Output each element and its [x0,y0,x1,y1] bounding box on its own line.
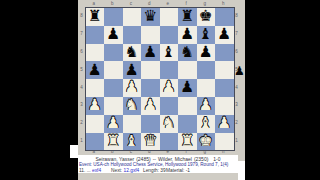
square-f7[interactable]: ♟ [178,26,197,44]
coord-label-d: d [140,1,159,7]
piece-black-knight-c6[interactable]: ♞ [125,44,139,60]
captured-pawn-icon: ♟ [234,65,245,77]
material-value: -1 [186,168,190,173]
square-h3[interactable] [215,97,234,115]
coord-label-2: 2 [79,114,84,132]
square-h8[interactable] [215,8,234,26]
square-f1[interactable]: ♜ [178,133,197,151]
white-player-elo: (2485) [136,157,150,162]
square-f4[interactable]: ♟ [178,79,197,97]
coord-label-3: 3 [234,96,239,114]
square-h2[interactable]: ♟ [215,115,234,133]
piece-white-pawn-a3[interactable]: ♟ [88,98,102,114]
square-f8[interactable]: ♜ [178,8,197,26]
piece-black-pawn-f4[interactable]: ♟ [180,80,194,96]
square-h6[interactable] [215,44,234,62]
piece-black-bishop-g7[interactable]: ♝ [199,26,213,42]
length-label: Length: [143,168,159,173]
square-b8[interactable] [104,8,123,26]
square-e6[interactable]: ♝ [160,44,179,62]
piece-white-pawn-h2[interactable]: ♟ [217,115,231,131]
square-b4[interactable] [104,79,123,97]
square-f3[interactable] [178,97,197,115]
piece-black-pawn-d6[interactable]: ♟ [143,44,157,60]
coord-label-8: 8 [234,7,239,25]
piece-white-rook-b1[interactable]: ♜ [106,133,120,149]
coord-label-1: 1 [79,132,84,150]
coord-label-e: e [159,1,178,7]
rank-labels-left: 87654321 [79,7,84,149]
length-value: 39 [160,168,165,173]
ui-artifact-left-notch [70,145,78,158]
material-balance: Material: -1 [166,168,190,173]
square-d2[interactable] [141,115,160,133]
ui-artifact-corner [238,161,245,180]
square-e2[interactable]: ♞ [160,115,179,133]
next-move: Next: 12.gxf4 [111,168,139,173]
piece-white-bishop-g2[interactable]: ♝ [199,115,213,131]
square-a4[interactable] [86,79,105,97]
square-d3[interactable]: ♟ [141,97,160,115]
next-label: Next: [111,168,122,173]
coord-label-8: 8 [79,7,84,25]
square-b2[interactable]: ♟ [104,115,123,133]
square-b7[interactable]: ♟ [104,26,123,44]
square-d6[interactable]: ♟ [141,44,160,62]
square-e3[interactable] [160,97,179,115]
coord-label-5: 5 [79,60,84,78]
material-label: Material: [166,168,184,173]
last-move: 11. ... exf4 [79,168,101,173]
square-d5[interactable] [141,61,160,79]
coord-label-7: 7 [234,25,239,43]
piece-white-bishop-c1[interactable]: ♝ [125,133,139,149]
piece-black-pawn-h7[interactable]: ♟ [217,26,231,42]
event-line: Event: USA-ch Hollywood Chess Service, H… [79,162,228,167]
square-c8[interactable] [123,8,142,26]
square-c5[interactable]: ♟ [123,61,142,79]
coord-label-6: 6 [79,43,84,61]
chess-board: ♜♛♜♚♟♟♝♟♞♟♝♞♟♟♟♟♟♟♟♞♟♟♟♞♝♟♜♝♛♜♚ [85,7,235,151]
piece-black-knight-f6[interactable]: ♞ [180,44,194,60]
square-e1[interactable] [160,133,179,151]
game-result: 1-0 [213,157,220,162]
square-b1[interactable]: ♜ [104,133,123,151]
square-a6[interactable] [86,44,105,62]
coord-label-g: g [196,1,215,7]
piece-white-pawn-d3[interactable]: ♟ [143,98,157,114]
square-g3[interactable]: ♟ [197,97,216,115]
coord-label-1: 1 [234,132,239,150]
square-g8[interactable]: ♚ [197,8,216,26]
square-b6[interactable] [104,44,123,62]
piece-black-bishop-e6[interactable]: ♝ [162,44,176,60]
square-c1[interactable]: ♝ [123,133,142,151]
coord-label-h: h [214,1,233,7]
coord-label-2: 2 [234,114,239,132]
piece-black-rook-a8[interactable]: ♜ [88,9,102,25]
move-san: exf4 [92,168,101,173]
square-g2[interactable]: ♝ [197,115,216,133]
black-player-name: Wilder, Michael [158,157,192,162]
piece-white-rook-f1[interactable]: ♜ [180,133,194,149]
coord-label-7: 7 [79,25,84,43]
video-frame: { "game": "chess", "position": { "fen": … [0,0,320,180]
square-e4[interactable]: ♟ [160,79,179,97]
caption-bar: Seirawan, Yasser (2485) -- Wilder, Micha… [78,155,238,173]
square-a2[interactable] [86,115,105,133]
players-separator: -- [153,157,156,162]
rank-labels-right: 87654321 [234,7,239,149]
square-h1[interactable] [215,133,234,151]
square-a8[interactable]: ♜ [86,8,105,26]
square-e7[interactable] [160,26,179,44]
piece-white-knight-e2[interactable]: ♞ [162,115,176,131]
move-number: 11. ... [79,168,91,173]
file-labels-top: abcdefgh [85,1,233,7]
square-g1[interactable]: ♚ [197,133,216,151]
square-f6[interactable]: ♞ [178,44,197,62]
piece-white-pawn-e4[interactable]: ♟ [162,80,176,96]
square-g5[interactable] [197,61,216,79]
square-d8[interactable]: ♛ [141,8,160,26]
square-h7[interactable]: ♟ [215,26,234,44]
square-f2[interactable] [178,115,197,133]
board-panel: abcdefgh abcdefgh 87654321 87654321 ♜♛♜♚… [78,0,245,180]
square-a1[interactable] [86,133,105,151]
square-f5[interactable] [178,61,197,79]
piece-black-pawn-a5[interactable]: ♟ [88,62,102,78]
square-d1[interactable]: ♛ [141,133,160,151]
square-d7[interactable] [141,26,160,44]
coord-label-b: b [103,1,122,7]
piece-white-king-g1[interactable]: ♚ [199,133,213,149]
piece-black-queen-d8[interactable]: ♛ [143,9,157,25]
coord-label-f: f [177,1,196,7]
square-b5[interactable] [104,61,123,79]
players-line: Seirawan, Yasser (2485) -- Wilder, Micha… [78,157,238,162]
square-c3[interactable]: ♞ [123,97,142,115]
white-player-name: Seirawan, Yasser [95,157,134,162]
piece-white-pawn-g3[interactable]: ♟ [199,98,213,114]
piece-white-pawn-b2[interactable]: ♟ [106,115,120,131]
coord-label-6: 6 [234,43,239,61]
square-a7[interactable] [86,26,105,44]
square-h5[interactable] [215,61,234,79]
square-c4[interactable]: ♟ [123,79,142,97]
piece-white-queen-d1[interactable]: ♛ [143,133,157,149]
square-e5[interactable] [160,61,179,79]
piece-white-pawn-c4[interactable]: ♟ [125,80,139,96]
coord-label-c: c [122,1,141,7]
game-length: Length: 39 [143,168,166,173]
square-c6[interactable]: ♞ [123,44,142,62]
square-h4[interactable] [215,79,234,97]
piece-black-pawn-g6[interactable]: ♟ [199,44,213,60]
piece-black-pawn-c5[interactable]: ♟ [125,62,139,78]
square-c7[interactable] [123,26,142,44]
square-a3[interactable]: ♟ [86,97,105,115]
next-value: 12.gxf4 [124,168,140,173]
square-g7[interactable]: ♝ [197,26,216,44]
square-e8[interactable] [160,8,179,26]
coord-label-4: 4 [79,78,84,96]
square-a5[interactable]: ♟ [86,61,105,79]
square-g6[interactable]: ♟ [197,44,216,62]
square-g4[interactable] [197,79,216,97]
black-player-elo: (2350) [194,157,208,162]
piece-black-pawn-b7[interactable]: ♟ [106,26,120,42]
square-d4[interactable] [141,79,160,97]
move-info-line: 11. ... exf4 Next: 12.gxf4 Length: 39 Ma… [78,168,238,173]
piece-black-king-g8[interactable]: ♚ [199,9,213,25]
piece-white-knight-c3[interactable]: ♞ [125,98,139,114]
piece-black-rook-f8[interactable]: ♜ [180,9,194,25]
square-b3[interactable] [104,97,123,115]
coord-label-4: 4 [234,78,239,96]
coord-label-a: a [85,1,104,7]
piece-black-pawn-f7[interactable]: ♟ [180,26,194,42]
coord-label-3: 3 [79,96,84,114]
square-c2[interactable] [123,115,142,133]
